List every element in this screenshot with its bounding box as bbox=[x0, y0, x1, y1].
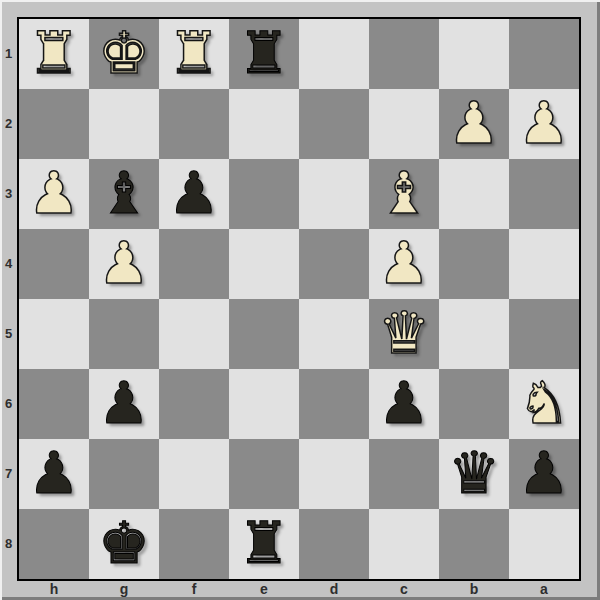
square-f4[interactable] bbox=[159, 229, 229, 299]
square-e3[interactable] bbox=[229, 159, 299, 229]
file-label-g: g bbox=[89, 582, 159, 599]
square-c6[interactable]: ♟ bbox=[369, 369, 439, 439]
square-g2[interactable] bbox=[89, 89, 159, 159]
black-pawn[interactable]: ♟ bbox=[509, 439, 579, 509]
file-label-d: d bbox=[299, 582, 369, 599]
square-e2[interactable] bbox=[229, 89, 299, 159]
square-a3[interactable] bbox=[509, 159, 579, 229]
square-g1[interactable]: ♚ bbox=[89, 19, 159, 89]
square-e5[interactable] bbox=[229, 299, 299, 369]
square-d4[interactable] bbox=[299, 229, 369, 299]
black-king[interactable]: ♚ bbox=[89, 509, 159, 579]
square-g3[interactable]: ♝ bbox=[89, 159, 159, 229]
square-d5[interactable] bbox=[299, 299, 369, 369]
square-f2[interactable] bbox=[159, 89, 229, 159]
square-f5[interactable] bbox=[159, 299, 229, 369]
square-h5[interactable] bbox=[19, 299, 89, 369]
black-pawn[interactable]: ♟ bbox=[369, 369, 439, 439]
file-label-h: h bbox=[19, 582, 89, 599]
square-d8[interactable] bbox=[299, 509, 369, 579]
square-a7[interactable]: ♟ bbox=[509, 439, 579, 509]
rank-label-6: 6 bbox=[0, 369, 17, 439]
square-c3[interactable]: ♝ bbox=[369, 159, 439, 229]
square-a4[interactable] bbox=[509, 229, 579, 299]
square-d1[interactable] bbox=[299, 19, 369, 89]
white-pawn[interactable]: ♟ bbox=[89, 229, 159, 299]
black-pawn[interactable]: ♟ bbox=[159, 159, 229, 229]
square-e7[interactable] bbox=[229, 439, 299, 509]
square-d3[interactable] bbox=[299, 159, 369, 229]
square-b2[interactable]: ♟ bbox=[439, 89, 509, 159]
square-g4[interactable]: ♟ bbox=[89, 229, 159, 299]
square-h7[interactable]: ♟ bbox=[19, 439, 89, 509]
rank-label-4: 4 bbox=[0, 229, 17, 299]
file-label-f: f bbox=[159, 582, 229, 599]
file-label-e: e bbox=[229, 582, 299, 599]
square-h1[interactable]: ♜ bbox=[19, 19, 89, 89]
rank-label-3: 3 bbox=[0, 159, 17, 229]
file-label-c: c bbox=[369, 582, 439, 599]
black-queen[interactable]: ♛ bbox=[439, 439, 509, 509]
white-rook[interactable]: ♜ bbox=[19, 19, 89, 89]
black-pawn[interactable]: ♟ bbox=[89, 369, 159, 439]
black-bishop[interactable]: ♝ bbox=[89, 159, 159, 229]
square-b7[interactable]: ♛ bbox=[439, 439, 509, 509]
square-b6[interactable] bbox=[439, 369, 509, 439]
white-pawn[interactable]: ♟ bbox=[439, 89, 509, 159]
white-pawn[interactable]: ♟ bbox=[19, 159, 89, 229]
square-c7[interactable] bbox=[369, 439, 439, 509]
rank-label-1: 1 bbox=[0, 19, 17, 89]
square-f8[interactable] bbox=[159, 509, 229, 579]
white-bishop[interactable]: ♝ bbox=[369, 159, 439, 229]
square-a6[interactable]: ♞ bbox=[509, 369, 579, 439]
rank-labels: 12345678 bbox=[0, 19, 17, 579]
square-g7[interactable] bbox=[89, 439, 159, 509]
square-e8[interactable]: ♜ bbox=[229, 509, 299, 579]
white-knight[interactable]: ♞ bbox=[509, 369, 579, 439]
square-g8[interactable]: ♚ bbox=[89, 509, 159, 579]
square-d2[interactable] bbox=[299, 89, 369, 159]
black-rook[interactable]: ♜ bbox=[229, 19, 299, 89]
square-h8[interactable] bbox=[19, 509, 89, 579]
square-a8[interactable] bbox=[509, 509, 579, 579]
square-e6[interactable] bbox=[229, 369, 299, 439]
black-rook[interactable]: ♜ bbox=[229, 509, 299, 579]
file-label-b: b bbox=[439, 582, 509, 599]
file-labels: hgfedcba bbox=[19, 580, 579, 597]
black-pawn[interactable]: ♟ bbox=[19, 439, 89, 509]
white-rook[interactable]: ♜ bbox=[159, 19, 229, 89]
chess-diagram: 12345678 ♜♚♜♜♟♟♟♝♟♝♟♟♛♟♟♞♟♛♟♚♜ hgfedcba bbox=[0, 0, 600, 600]
square-b8[interactable] bbox=[439, 509, 509, 579]
white-pawn[interactable]: ♟ bbox=[369, 229, 439, 299]
square-a1[interactable] bbox=[509, 19, 579, 89]
square-b4[interactable] bbox=[439, 229, 509, 299]
square-h3[interactable]: ♟ bbox=[19, 159, 89, 229]
square-f7[interactable] bbox=[159, 439, 229, 509]
rank-label-5: 5 bbox=[0, 299, 17, 369]
chess-board: ♜♚♜♜♟♟♟♝♟♝♟♟♛♟♟♞♟♛♟♚♜ bbox=[17, 17, 581, 581]
square-g6[interactable]: ♟ bbox=[89, 369, 159, 439]
white-king[interactable]: ♚ bbox=[89, 19, 159, 89]
square-d7[interactable] bbox=[299, 439, 369, 509]
square-g5[interactable] bbox=[89, 299, 159, 369]
square-h4[interactable] bbox=[19, 229, 89, 299]
square-b1[interactable] bbox=[439, 19, 509, 89]
square-f3[interactable]: ♟ bbox=[159, 159, 229, 229]
square-c1[interactable] bbox=[369, 19, 439, 89]
square-d6[interactable] bbox=[299, 369, 369, 439]
rank-label-8: 8 bbox=[0, 509, 17, 579]
square-c2[interactable] bbox=[369, 89, 439, 159]
square-e4[interactable] bbox=[229, 229, 299, 299]
square-b5[interactable] bbox=[439, 299, 509, 369]
square-a5[interactable] bbox=[509, 299, 579, 369]
square-f1[interactable]: ♜ bbox=[159, 19, 229, 89]
rank-label-2: 2 bbox=[0, 89, 17, 159]
square-c4[interactable]: ♟ bbox=[369, 229, 439, 299]
white-queen[interactable]: ♛ bbox=[369, 299, 439, 369]
square-e1[interactable]: ♜ bbox=[229, 19, 299, 89]
square-h2[interactable] bbox=[19, 89, 89, 159]
square-a2[interactable]: ♟ bbox=[509, 89, 579, 159]
square-f6[interactable] bbox=[159, 369, 229, 439]
file-label-a: a bbox=[509, 582, 579, 599]
square-b3[interactable] bbox=[439, 159, 509, 229]
square-c5[interactable]: ♛ bbox=[369, 299, 439, 369]
square-h6[interactable] bbox=[19, 369, 89, 439]
white-pawn[interactable]: ♟ bbox=[509, 89, 579, 159]
square-c8[interactable] bbox=[369, 509, 439, 579]
rank-label-7: 7 bbox=[0, 439, 17, 509]
